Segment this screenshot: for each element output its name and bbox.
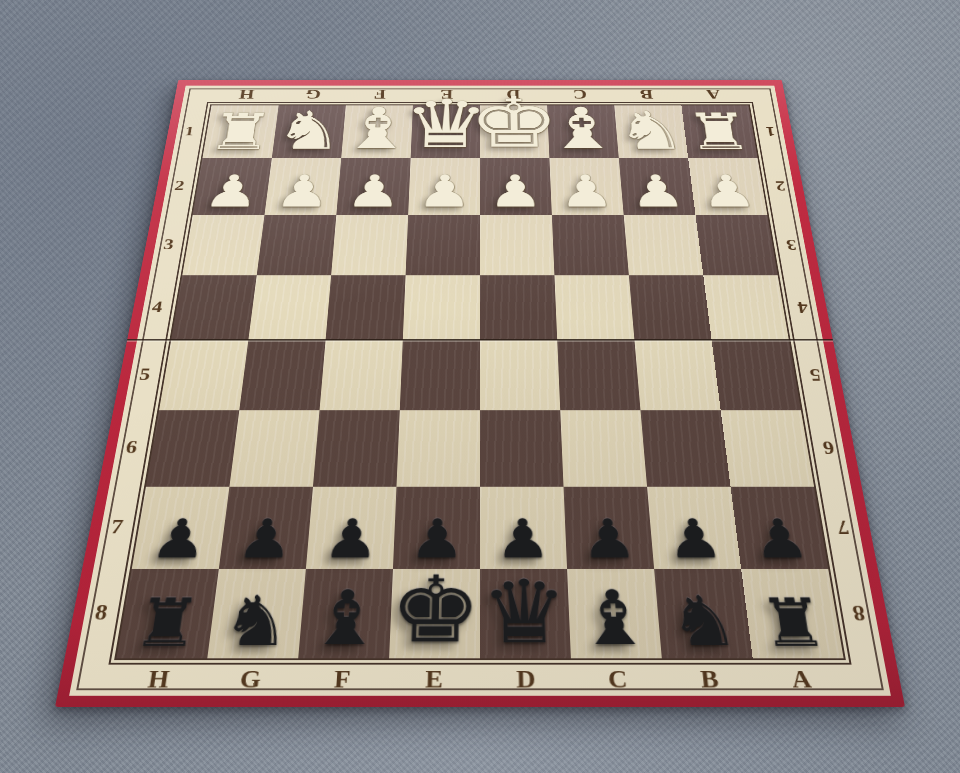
file-label: H [212, 87, 281, 101]
square-g2[interactable]: ♟ [265, 158, 342, 214]
square-d5[interactable] [480, 340, 560, 410]
square-f6[interactable] [313, 410, 400, 486]
piece-white-rook[interactable]: ♜ [204, 108, 276, 156]
square-h1[interactable]: ♜ [202, 105, 278, 158]
square-d1[interactable]: ♚ [480, 105, 549, 158]
square-b1[interactable]: ♞ [614, 105, 688, 158]
square-d8[interactable]: ♛ [480, 569, 571, 659]
square-f2[interactable]: ♟ [336, 158, 410, 214]
piece-white-pawn[interactable]: ♟ [273, 170, 333, 212]
square-c2[interactable]: ♟ [549, 158, 623, 214]
floor: HGFEDCBA HGFEDCBA 12345678 12345678 ♜♞♝♛… [0, 0, 960, 773]
square-c1[interactable]: ♝ [547, 105, 619, 158]
piece-black-king[interactable]: ♚ [388, 568, 482, 655]
piece-white-pawn[interactable]: ♟ [488, 170, 544, 212]
piece-black-pawn[interactable]: ♟ [749, 514, 812, 565]
piece-black-pawn[interactable]: ♟ [148, 514, 211, 565]
piece-black-pawn[interactable]: ♟ [664, 514, 725, 565]
square-g5[interactable] [239, 340, 325, 410]
square-e3[interactable] [406, 215, 480, 276]
file-label: A [754, 665, 850, 694]
square-d4[interactable] [480, 275, 557, 340]
square-f8[interactable]: ♝ [298, 569, 393, 659]
square-g7[interactable]: ♟ [219, 486, 313, 568]
square-g6[interactable] [229, 410, 319, 486]
piece-black-rook[interactable]: ♜ [129, 592, 204, 655]
square-e8[interactable]: ♚ [389, 569, 480, 659]
piece-white-pawn[interactable]: ♟ [416, 170, 472, 212]
piece-black-bishop[interactable]: ♝ [575, 583, 654, 654]
square-c3[interactable] [552, 215, 629, 276]
file-label: B [662, 665, 757, 694]
square-f3[interactable] [331, 215, 408, 276]
square-b3[interactable] [624, 215, 704, 276]
piece-white-pawn[interactable]: ♟ [697, 170, 759, 212]
square-c5[interactable] [557, 340, 640, 410]
square-a5[interactable] [712, 340, 801, 410]
piece-white-pawn[interactable]: ♟ [201, 170, 263, 212]
square-g4[interactable] [248, 275, 331, 340]
board-border: HGFEDCBA HGFEDCBA 12345678 12345678 ♜♞♝♛… [69, 86, 891, 696]
square-b6[interactable] [640, 410, 730, 486]
file-label: A [679, 87, 748, 101]
square-g1[interactable]: ♞ [272, 105, 346, 158]
square-d6[interactable] [480, 410, 564, 486]
piece-black-knight[interactable]: ♞ [666, 589, 742, 655]
square-a8[interactable]: ♜ [741, 569, 843, 659]
square-g3[interactable] [257, 215, 337, 276]
file-labels-bottom: HGFEDCBA [110, 665, 850, 694]
square-c4[interactable] [554, 275, 634, 340]
piece-white-knight[interactable]: ♞ [272, 106, 346, 156]
square-a3[interactable] [695, 215, 777, 276]
square-g8[interactable]: ♞ [207, 569, 306, 659]
square-c6[interactable] [560, 410, 647, 486]
piece-white-rook[interactable]: ♜ [683, 108, 755, 156]
square-e4[interactable] [403, 275, 480, 340]
square-d7[interactable]: ♟ [480, 486, 567, 568]
square-a2[interactable]: ♟ [688, 158, 767, 214]
file-label: E [388, 665, 480, 694]
piece-black-bishop[interactable]: ♝ [306, 583, 385, 654]
square-h8[interactable]: ♜ [116, 569, 218, 659]
piece-white-pawn[interactable]: ♟ [558, 170, 616, 212]
square-f4[interactable] [326, 275, 406, 340]
square-e6[interactable] [396, 410, 480, 486]
square-a7[interactable]: ♟ [731, 486, 829, 568]
chess-board: HGFEDCBA HGFEDCBA 12345678 12345678 ♜♞♝♛… [55, 80, 905, 707]
squares-grid: ♜♞♝♛♚♝♞♜♟♟♟♟♟♟♟♟♟♟♟♟♟♟♟♟♜♞♝♚♛♝♞♜ [114, 104, 846, 660]
square-a4[interactable] [703, 275, 789, 340]
file-label: H [110, 665, 206, 694]
square-h2[interactable]: ♟ [193, 158, 272, 214]
square-f5[interactable] [320, 340, 403, 410]
square-c7[interactable]: ♟ [564, 486, 655, 568]
piece-black-knight[interactable]: ♞ [218, 589, 294, 655]
square-b2[interactable]: ♟ [619, 158, 696, 214]
squares-frame: ♜♞♝♛♚♝♞♜♟♟♟♟♟♟♟♟♟♟♟♟♟♟♟♟♜♞♝♚♛♝♞♜ [108, 102, 851, 665]
file-label: C [571, 665, 665, 694]
piece-black-pawn[interactable]: ♟ [495, 514, 552, 565]
square-e7[interactable]: ♟ [393, 486, 480, 568]
square-h3[interactable] [182, 215, 264, 276]
square-e5[interactable] [400, 340, 480, 410]
square-a6[interactable] [721, 410, 814, 486]
square-f7[interactable]: ♟ [306, 486, 397, 568]
file-label: D [480, 665, 572, 694]
square-e2[interactable]: ♟ [408, 158, 480, 214]
square-d2[interactable]: ♟ [480, 158, 552, 214]
piece-black-pawn[interactable]: ♟ [580, 514, 639, 565]
fold-line [127, 339, 833, 342]
file-label: G [203, 665, 298, 694]
square-c8[interactable]: ♝ [567, 569, 662, 659]
square-b8[interactable]: ♞ [654, 569, 753, 659]
piece-black-pawn[interactable]: ♟ [322, 514, 381, 565]
square-h5[interactable] [159, 340, 248, 410]
piece-black-queen[interactable]: ♛ [481, 571, 570, 654]
square-b5[interactable] [634, 340, 720, 410]
square-h4[interactable] [171, 275, 257, 340]
file-label: F [295, 665, 389, 694]
piece-black-rook[interactable]: ♜ [756, 592, 831, 655]
piece-white-bishop[interactable]: ♝ [544, 102, 622, 156]
square-b4[interactable] [629, 275, 712, 340]
square-h6[interactable] [146, 410, 239, 486]
square-a1[interactable]: ♜ [681, 105, 757, 158]
piece-white-knight[interactable]: ♞ [614, 106, 688, 156]
square-b7[interactable]: ♟ [647, 486, 741, 568]
square-h7[interactable]: ♟ [132, 486, 230, 568]
piece-black-pawn[interactable]: ♟ [235, 514, 296, 565]
piece-white-pawn[interactable]: ♟ [628, 170, 688, 212]
piece-white-pawn[interactable]: ♟ [344, 170, 402, 212]
square-d3[interactable] [480, 215, 554, 276]
